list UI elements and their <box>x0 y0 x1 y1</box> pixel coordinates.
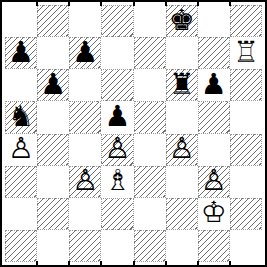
square-a7[interactable]: ♟ <box>5 37 37 69</box>
square-b8[interactable] <box>37 5 69 37</box>
square-d2[interactable] <box>101 198 133 230</box>
square-d4[interactable]: ♙ <box>101 134 133 166</box>
square-d8[interactable] <box>101 5 133 37</box>
square-c1[interactable] <box>69 230 101 262</box>
frame-tick <box>133 2 135 6</box>
chess-diagram: ♚♟♟♖♟♜♟♞♟♙♙♙♙♗♙♔ <box>0 0 267 267</box>
square-d7[interactable] <box>101 37 133 69</box>
square-a4[interactable]: ♙ <box>5 134 37 166</box>
frame-tick <box>165 261 167 265</box>
square-a5[interactable]: ♞ <box>5 101 37 133</box>
square-f5[interactable] <box>166 101 198 133</box>
square-g4[interactable] <box>198 134 230 166</box>
white-pawn-d4[interactable]: ♙ <box>104 134 130 163</box>
white-king-g2[interactable]: ♔ <box>201 198 227 227</box>
frame-tick <box>197 261 199 265</box>
square-d6[interactable] <box>101 69 133 101</box>
square-b4[interactable] <box>37 134 69 166</box>
black-pawn-b6[interactable]: ♟ <box>40 70 66 99</box>
square-b6[interactable]: ♟ <box>37 69 69 101</box>
square-g7[interactable] <box>198 37 230 69</box>
square-f1[interactable] <box>166 230 198 262</box>
square-c8[interactable] <box>69 5 101 37</box>
square-e2[interactable] <box>134 198 166 230</box>
frame-tick <box>133 261 135 265</box>
square-d5[interactable]: ♟ <box>101 101 133 133</box>
white-pawn-g3[interactable]: ♙ <box>201 166 227 195</box>
square-c7[interactable]: ♟ <box>69 37 101 69</box>
square-f3[interactable] <box>166 166 198 198</box>
square-a8[interactable] <box>5 5 37 37</box>
square-f2[interactable] <box>166 198 198 230</box>
square-a1[interactable] <box>5 230 37 262</box>
square-c4[interactable] <box>69 134 101 166</box>
square-f6[interactable]: ♜ <box>166 69 198 101</box>
frame-tick <box>197 2 199 6</box>
square-e5[interactable] <box>134 101 166 133</box>
white-pawn-c3[interactable]: ♙ <box>72 166 98 195</box>
frame-tick <box>100 2 102 6</box>
square-g3[interactable]: ♙ <box>198 166 230 198</box>
square-d1[interactable] <box>101 230 133 262</box>
chess-board: ♚♟♟♖♟♜♟♞♟♙♙♙♙♗♙♔ <box>5 5 262 262</box>
square-e1[interactable] <box>134 230 166 262</box>
black-king-f8[interactable]: ♚ <box>169 6 195 35</box>
white-rook-h7[interactable]: ♖ <box>233 38 259 67</box>
square-h3[interactable] <box>230 166 262 198</box>
square-a3[interactable] <box>5 166 37 198</box>
square-g5[interactable] <box>198 101 230 133</box>
square-b7[interactable] <box>37 37 69 69</box>
square-f7[interactable] <box>166 37 198 69</box>
square-h2[interactable] <box>230 198 262 230</box>
black-pawn-d5[interactable]: ♟ <box>104 102 130 131</box>
square-c2[interactable] <box>69 198 101 230</box>
black-knight-a5[interactable]: ♞ <box>8 102 34 131</box>
square-g1[interactable] <box>198 230 230 262</box>
square-f8[interactable]: ♚ <box>166 5 198 37</box>
square-e7[interactable] <box>134 37 166 69</box>
frame-tick <box>229 261 231 265</box>
frame-tick <box>229 2 231 6</box>
square-b2[interactable] <box>37 198 69 230</box>
square-f4[interactable]: ♙ <box>166 134 198 166</box>
frame-tick <box>36 2 38 6</box>
square-e3[interactable] <box>134 166 166 198</box>
square-e8[interactable] <box>134 5 166 37</box>
square-h6[interactable] <box>230 69 262 101</box>
square-h7[interactable]: ♖ <box>230 37 262 69</box>
black-pawn-a7[interactable]: ♟ <box>8 38 34 67</box>
square-a6[interactable] <box>5 69 37 101</box>
square-c6[interactable] <box>69 69 101 101</box>
white-pawn-a4[interactable]: ♙ <box>8 134 34 163</box>
square-g8[interactable] <box>198 5 230 37</box>
black-pawn-g6[interactable]: ♟ <box>201 70 227 99</box>
white-bishop-d3[interactable]: ♗ <box>104 166 130 195</box>
frame-tick <box>36 261 38 265</box>
square-e6[interactable] <box>134 69 166 101</box>
frame-tick <box>68 261 70 265</box>
white-pawn-f4[interactable]: ♙ <box>169 134 195 163</box>
square-h4[interactable] <box>230 134 262 166</box>
frame-tick <box>68 2 70 6</box>
square-h8[interactable] <box>230 5 262 37</box>
black-rook-f6[interactable]: ♜ <box>169 70 195 99</box>
black-pawn-c7[interactable]: ♟ <box>72 38 98 67</box>
square-h5[interactable] <box>230 101 262 133</box>
frame-tick <box>100 261 102 265</box>
square-d3[interactable]: ♗ <box>101 166 133 198</box>
square-b1[interactable] <box>37 230 69 262</box>
square-c3[interactable]: ♙ <box>69 166 101 198</box>
square-c5[interactable] <box>69 101 101 133</box>
square-b3[interactable] <box>37 166 69 198</box>
frame-tick <box>165 2 167 6</box>
square-b5[interactable] <box>37 101 69 133</box>
square-a2[interactable] <box>5 198 37 230</box>
square-g2[interactable]: ♔ <box>198 198 230 230</box>
square-g6[interactable]: ♟ <box>198 69 230 101</box>
square-e4[interactable] <box>134 134 166 166</box>
square-h1[interactable] <box>230 230 262 262</box>
